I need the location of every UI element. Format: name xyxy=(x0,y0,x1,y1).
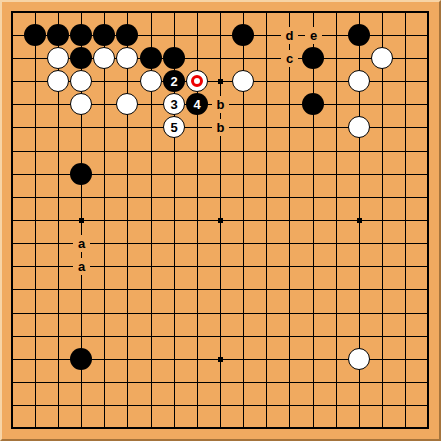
white-stone xyxy=(232,70,254,92)
grid-line xyxy=(427,11,429,429)
grid-line xyxy=(382,11,383,429)
grid-line xyxy=(405,11,406,429)
black-stone xyxy=(116,24,138,46)
grid-line xyxy=(313,11,314,429)
grid-line xyxy=(266,11,267,429)
grid-line xyxy=(11,427,429,429)
go-board: decbbaa2345 xyxy=(0,0,441,441)
black-stone xyxy=(70,348,92,370)
black-stone: 2 xyxy=(163,70,185,92)
star-point xyxy=(218,218,223,223)
black-stone xyxy=(24,24,46,46)
move-number: 5 xyxy=(170,121,177,134)
red-circle-marker xyxy=(191,75,203,87)
move-number: 3 xyxy=(170,98,177,111)
grid-line xyxy=(336,11,337,429)
white-stone xyxy=(93,47,115,69)
black-stone xyxy=(302,93,324,115)
move-number: 2 xyxy=(170,75,177,88)
grid-line xyxy=(11,289,429,290)
white-stone xyxy=(47,47,69,69)
black-stone xyxy=(302,47,324,69)
grid-line xyxy=(11,313,429,314)
point-label-d: d xyxy=(281,27,298,44)
star-point xyxy=(218,357,223,362)
white-stone xyxy=(70,93,92,115)
point-label-a: a xyxy=(73,258,90,275)
white-stone xyxy=(348,116,370,138)
white-stone xyxy=(140,70,162,92)
white-stone xyxy=(371,47,393,69)
point-label-a: a xyxy=(73,235,90,252)
point-label-b: b xyxy=(212,96,229,113)
star-point xyxy=(357,218,362,223)
white-stone xyxy=(348,348,370,370)
move-number: 4 xyxy=(193,98,200,111)
black-stone: 4 xyxy=(186,93,208,115)
white-stone xyxy=(186,70,208,92)
black-stone xyxy=(140,47,162,69)
star-point xyxy=(79,218,84,223)
white-stone xyxy=(116,47,138,69)
white-stone xyxy=(70,70,92,92)
black-stone xyxy=(70,163,92,185)
black-stone xyxy=(47,24,69,46)
black-stone xyxy=(232,24,254,46)
grid-line xyxy=(289,11,290,429)
black-stone xyxy=(163,47,185,69)
point-label-b: b xyxy=(212,119,229,136)
white-stone xyxy=(348,70,370,92)
grid-line xyxy=(11,405,429,406)
white-stone xyxy=(47,70,69,92)
white-stone: 3 xyxy=(163,93,185,115)
white-stone xyxy=(116,93,138,115)
black-stone xyxy=(348,24,370,46)
point-label-e: e xyxy=(305,27,322,44)
black-stone xyxy=(70,47,92,69)
grid-line xyxy=(11,382,429,383)
black-stone xyxy=(70,24,92,46)
star-point xyxy=(218,79,223,84)
grid-line xyxy=(11,336,429,337)
white-stone: 5 xyxy=(163,116,185,138)
black-stone xyxy=(93,24,115,46)
point-label-c: c xyxy=(281,50,298,67)
